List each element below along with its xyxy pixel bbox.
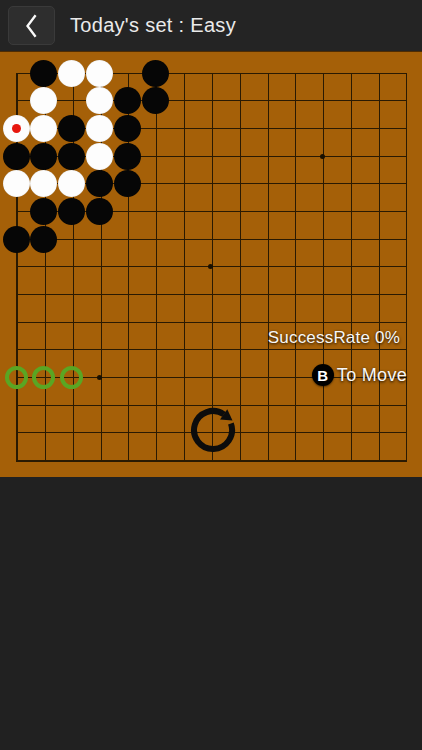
- green-circle-marker: [60, 366, 83, 389]
- star-point: [320, 154, 325, 159]
- refresh-icon[interactable]: [189, 406, 237, 454]
- last-move-marker: [12, 124, 21, 133]
- page-title: Today's set : Easy: [70, 0, 236, 51]
- white-stone: [86, 143, 113, 170]
- back-button[interactable]: [8, 6, 55, 45]
- black-stone: [114, 87, 141, 114]
- app-screen: Today's set : Easy SuccessRate 0% B To M…: [0, 0, 422, 750]
- black-stone: [30, 226, 57, 253]
- white-stone: [86, 60, 113, 87]
- white-stone: [30, 170, 57, 197]
- black-stone: [58, 115, 85, 142]
- black-stone: [3, 143, 30, 170]
- black-stone-icon: B: [312, 364, 334, 386]
- white-stone: [58, 170, 85, 197]
- header: Today's set : Easy: [0, 0, 422, 51]
- black-stone: [142, 87, 169, 114]
- star-point: [97, 375, 102, 380]
- back-icon: [23, 11, 41, 41]
- white-stone: [3, 170, 30, 197]
- green-circle-marker: [5, 366, 28, 389]
- black-stone: [86, 170, 113, 197]
- black-stone: [30, 60, 57, 87]
- black-stone: [114, 115, 141, 142]
- white-stone: [30, 87, 57, 114]
- black-stone: [30, 198, 57, 225]
- to-move-indicator: B To Move: [312, 364, 407, 386]
- white-stone: [86, 115, 113, 142]
- white-stone: [86, 87, 113, 114]
- black-stone: [30, 143, 57, 170]
- black-stone: [3, 226, 30, 253]
- to-move-letter: B: [317, 367, 328, 384]
- white-stone: [58, 60, 85, 87]
- go-board[interactable]: SuccessRate 0% B To Move: [0, 51, 422, 477]
- black-stone: [86, 198, 113, 225]
- star-point: [208, 264, 213, 269]
- black-stone: [58, 143, 85, 170]
- black-stone: [114, 143, 141, 170]
- to-move-label: To Move: [337, 365, 407, 386]
- black-stone: [58, 198, 85, 225]
- black-stone: [142, 60, 169, 87]
- success-rate-label: SuccessRate 0%: [268, 328, 400, 348]
- black-stone: [114, 170, 141, 197]
- green-circle-marker: [32, 366, 55, 389]
- white-stone: [30, 115, 57, 142]
